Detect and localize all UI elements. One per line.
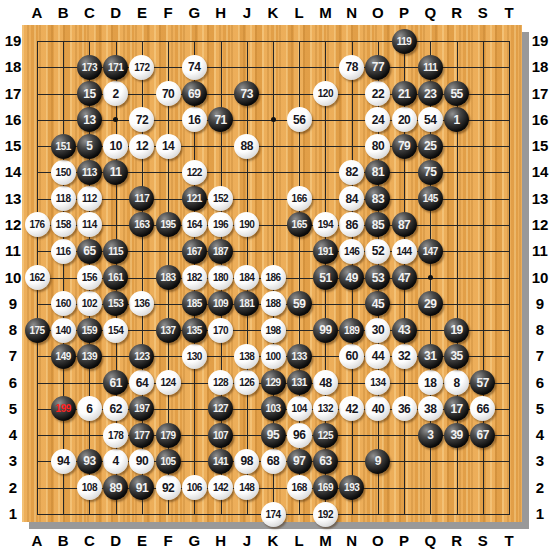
black-stone-M11[interactable]: 191 <box>313 239 338 264</box>
white-stone-J15[interactable]: 88 <box>234 134 259 159</box>
row-label-right-8: 8 <box>527 322 551 338</box>
column-label-top-G: G <box>181 5 207 21</box>
white-stone-N11[interactable]: 146 <box>339 239 364 264</box>
move-number: 189 <box>344 325 359 336</box>
column-label-bottom-B: B <box>50 533 76 549</box>
black-stone-M3[interactable]: 63 <box>313 449 338 474</box>
column-label-bottom-M: M <box>312 533 338 549</box>
black-stone-P15[interactable]: 79 <box>392 134 417 159</box>
black-stone-K5[interactable]: 103 <box>261 396 286 421</box>
move-number: 66 <box>477 402 489 416</box>
column-label-bottom-K: K <box>260 533 286 549</box>
move-number: 59 <box>293 297 305 311</box>
white-stone-N14[interactable]: 82 <box>339 160 364 185</box>
row-label-left-4: 4 <box>0 427 26 443</box>
black-stone-Q13[interactable]: 145 <box>418 186 443 211</box>
black-stone-Q11[interactable]: 147 <box>418 239 443 264</box>
move-number: 105 <box>161 456 176 467</box>
white-stone-B12[interactable]: 158 <box>51 212 76 237</box>
white-stone-O16[interactable]: 24 <box>365 107 390 132</box>
black-stone-O10[interactable]: 53 <box>365 265 390 290</box>
black-stone-E2[interactable]: 91 <box>129 475 154 500</box>
white-stone-F2[interactable]: 92 <box>156 475 181 500</box>
black-stone-K4[interactable]: 95 <box>261 423 286 448</box>
black-stone-R7[interactable]: 35 <box>444 344 469 369</box>
black-stone-M8[interactable]: 99 <box>313 318 338 343</box>
white-stone-H10[interactable]: 180 <box>208 265 233 290</box>
move-number: 87 <box>398 218 410 232</box>
white-stone-E9[interactable]: 136 <box>129 291 154 316</box>
white-stone-O6[interactable]: 134 <box>365 370 390 395</box>
black-stone-Q7[interactable]: 31 <box>418 344 443 369</box>
white-stone-Q6[interactable]: 18 <box>418 370 443 395</box>
white-stone-H12[interactable]: 196 <box>208 212 233 237</box>
move-number: 74 <box>188 60 200 74</box>
black-stone-G8[interactable]: 135 <box>182 318 207 343</box>
white-stone-K3[interactable]: 68 <box>261 449 286 474</box>
white-stone-M5[interactable]: 132 <box>313 396 338 421</box>
move-number: 36 <box>398 402 410 416</box>
move-number: 178 <box>108 430 123 441</box>
grid-line-vertical <box>509 41 510 515</box>
move-number: 175 <box>29 325 44 336</box>
black-stone-O18[interactable]: 77 <box>365 55 390 80</box>
black-stone-O13[interactable]: 83 <box>365 186 390 211</box>
white-stone-L13[interactable]: 166 <box>287 186 312 211</box>
move-number: 169 <box>318 482 333 493</box>
move-number: 126 <box>239 377 254 388</box>
move-number: 151 <box>56 141 71 152</box>
white-stone-N13[interactable]: 84 <box>339 186 364 211</box>
white-stone-M12[interactable]: 194 <box>313 212 338 237</box>
white-stone-L2[interactable]: 168 <box>287 475 312 500</box>
black-stone-D14[interactable]: 11 <box>103 160 128 185</box>
move-number: 142 <box>213 482 228 493</box>
move-number: 17 <box>450 402 462 416</box>
black-stone-F4[interactable]: 179 <box>156 423 181 448</box>
black-stone-B15[interactable]: 151 <box>51 134 76 159</box>
star-point <box>428 275 433 280</box>
column-label-top-S: S <box>470 5 496 21</box>
white-stone-P5[interactable]: 36 <box>392 396 417 421</box>
move-number: 22 <box>372 87 384 101</box>
black-stone-M2[interactable]: 169 <box>313 475 338 500</box>
white-stone-B9[interactable]: 160 <box>51 291 76 316</box>
white-stone-O7[interactable]: 44 <box>365 344 390 369</box>
column-label-bottom-G: G <box>181 533 207 549</box>
black-stone-D11[interactable]: 115 <box>103 239 128 264</box>
black-stone-N10[interactable]: 49 <box>339 265 364 290</box>
black-stone-H16[interactable]: 71 <box>208 107 233 132</box>
move-number: 95 <box>267 428 279 442</box>
black-stone-L7[interactable]: 133 <box>287 344 312 369</box>
column-label-bottom-R: R <box>444 533 470 549</box>
move-number: 194 <box>318 219 333 230</box>
white-stone-D4[interactable]: 178 <box>103 423 128 448</box>
row-label-left-16: 16 <box>0 112 26 128</box>
black-stone-L12[interactable]: 165 <box>287 212 312 237</box>
move-number: 49 <box>346 271 358 285</box>
white-stone-M1[interactable]: 192 <box>313 502 338 527</box>
white-stone-G12[interactable]: 164 <box>182 212 207 237</box>
black-stone-E5[interactable]: 197 <box>129 396 154 421</box>
move-number: 93 <box>83 454 95 468</box>
move-number: 134 <box>370 377 385 388</box>
white-stone-D5[interactable]: 62 <box>103 396 128 421</box>
white-stone-O8[interactable]: 30 <box>365 318 390 343</box>
move-number: 182 <box>187 272 202 283</box>
move-number: 61 <box>110 376 122 390</box>
white-stone-D3[interactable]: 4 <box>103 449 128 474</box>
black-stone-D10[interactable]: 161 <box>103 265 128 290</box>
white-stone-O17[interactable]: 22 <box>365 81 390 106</box>
white-stone-L5[interactable]: 104 <box>287 396 312 421</box>
white-stone-Q16[interactable]: 54 <box>418 107 443 132</box>
move-number: 55 <box>450 87 462 101</box>
column-label-top-O: O <box>365 5 391 21</box>
move-number: 83 <box>372 192 384 206</box>
white-stone-C9[interactable]: 102 <box>77 291 102 316</box>
white-stone-D8[interactable]: 154 <box>103 318 128 343</box>
white-stone-S5[interactable]: 66 <box>470 396 495 421</box>
move-number: 69 <box>188 87 200 101</box>
white-stone-C13[interactable]: 112 <box>77 186 102 211</box>
white-stone-H6[interactable]: 128 <box>208 370 233 395</box>
white-stone-R6[interactable]: 8 <box>444 370 469 395</box>
move-number: 140 <box>56 325 71 336</box>
white-stone-Q5[interactable]: 38 <box>418 396 443 421</box>
black-stone-B7[interactable]: 149 <box>51 344 76 369</box>
white-stone-A12[interactable]: 176 <box>25 212 50 237</box>
move-number: 144 <box>397 246 412 257</box>
black-stone-E13[interactable]: 117 <box>129 186 154 211</box>
black-stone-L3[interactable]: 97 <box>287 449 312 474</box>
black-stone-F10[interactable]: 183 <box>156 265 181 290</box>
black-stone-M4[interactable]: 125 <box>313 423 338 448</box>
white-stone-K9[interactable]: 188 <box>261 291 286 316</box>
go-board[interactable]: 1234568910111213141516171819202122232425… <box>22 25 522 522</box>
column-label-bottom-J: J <box>234 533 260 549</box>
white-stone-G2[interactable]: 106 <box>182 475 207 500</box>
white-stone-K8[interactable]: 198 <box>261 318 286 343</box>
move-number: 173 <box>82 62 97 73</box>
black-stone-D2[interactable]: 89 <box>103 475 128 500</box>
white-stone-K10[interactable]: 186 <box>261 265 286 290</box>
white-stone-A10[interactable]: 162 <box>25 265 50 290</box>
move-number: 92 <box>162 481 174 495</box>
row-label-left-14: 14 <box>0 164 26 180</box>
move-number: 8 <box>454 376 460 390</box>
move-number: 94 <box>57 454 69 468</box>
column-label-top-K: K <box>260 5 286 21</box>
move-number: 72 <box>136 113 148 127</box>
white-stone-J12[interactable]: 190 <box>234 212 259 237</box>
black-stone-P17[interactable]: 21 <box>392 81 417 106</box>
white-stone-B8[interactable]: 140 <box>51 318 76 343</box>
column-label-bottom-C: C <box>76 533 102 549</box>
move-number: 196 <box>213 219 228 230</box>
black-stone-C11[interactable]: 65 <box>77 239 102 264</box>
move-number: 23 <box>424 87 436 101</box>
white-stone-C2[interactable]: 108 <box>77 475 102 500</box>
black-stone-H3[interactable]: 141 <box>208 449 233 474</box>
row-label-right-19: 19 <box>527 33 551 49</box>
move-number: 186 <box>265 272 280 283</box>
move-number: 180 <box>213 272 228 283</box>
black-stone-P8[interactable]: 43 <box>392 318 417 343</box>
white-stone-M17[interactable]: 120 <box>313 81 338 106</box>
white-stone-L16[interactable]: 56 <box>287 107 312 132</box>
white-stone-E16[interactable]: 72 <box>129 107 154 132</box>
white-stone-E15[interactable]: 12 <box>129 134 154 159</box>
black-stone-D6[interactable]: 61 <box>103 370 128 395</box>
white-stone-L4[interactable]: 96 <box>287 423 312 448</box>
move-number: 9 <box>375 454 381 468</box>
row-label-left-12: 12 <box>0 217 26 233</box>
white-stone-G10[interactable]: 182 <box>182 265 207 290</box>
white-stone-J2[interactable]: 148 <box>234 475 259 500</box>
white-stone-H8[interactable]: 170 <box>208 318 233 343</box>
white-stone-B14[interactable]: 150 <box>51 160 76 185</box>
move-number: 185 <box>187 298 202 309</box>
black-stone-E4[interactable]: 177 <box>129 423 154 448</box>
white-stone-H2[interactable]: 142 <box>208 475 233 500</box>
black-stone-G17[interactable]: 69 <box>182 81 207 106</box>
move-number: 56 <box>293 113 305 127</box>
black-stone-H4[interactable]: 107 <box>208 423 233 448</box>
white-stone-N7[interactable]: 60 <box>339 344 364 369</box>
white-stone-E18[interactable]: 172 <box>129 55 154 80</box>
black-stone-F12[interactable]: 195 <box>156 212 181 237</box>
white-stone-F15[interactable]: 14 <box>156 134 181 159</box>
white-stone-H13[interactable]: 152 <box>208 186 233 211</box>
black-stone-O14[interactable]: 81 <box>365 160 390 185</box>
move-number: 195 <box>161 219 176 230</box>
white-stone-N12[interactable]: 86 <box>339 212 364 237</box>
white-stone-F6[interactable]: 124 <box>156 370 181 395</box>
white-stone-O5[interactable]: 40 <box>365 396 390 421</box>
row-label-right-16: 16 <box>527 112 551 128</box>
move-number: 48 <box>319 376 331 390</box>
black-stone-E12[interactable]: 163 <box>129 212 154 237</box>
row-label-left-3: 3 <box>0 453 26 469</box>
white-stone-P11[interactable]: 144 <box>392 239 417 264</box>
move-number: 141 <box>213 456 228 467</box>
white-stone-D17[interactable]: 2 <box>103 81 128 106</box>
white-stone-E6[interactable]: 64 <box>129 370 154 395</box>
white-stone-G14[interactable]: 122 <box>182 160 207 185</box>
black-stone-G11[interactable]: 167 <box>182 239 207 264</box>
white-stone-E3[interactable]: 90 <box>129 449 154 474</box>
move-number: 5 <box>86 139 92 153</box>
move-number: 35 <box>450 349 462 363</box>
white-stone-B11[interactable]: 116 <box>51 239 76 264</box>
black-stone-Q14[interactable]: 75 <box>418 160 443 185</box>
black-stone-G9[interactable]: 185 <box>182 291 207 316</box>
move-number: 75 <box>424 165 436 179</box>
black-stone-Q17[interactable]: 23 <box>418 81 443 106</box>
black-stone-R8[interactable]: 19 <box>444 318 469 343</box>
move-number: 31 <box>424 349 436 363</box>
white-stone-J3[interactable]: 98 <box>234 449 259 474</box>
black-stone-P12[interactable]: 87 <box>392 212 417 237</box>
move-number: 150 <box>56 167 71 178</box>
column-label-top-P: P <box>391 5 417 21</box>
black-stone-C16[interactable]: 13 <box>77 107 102 132</box>
move-number: 77 <box>372 60 384 74</box>
move-number: 68 <box>267 454 279 468</box>
row-label-left-13: 13 <box>0 191 26 207</box>
move-number: 176 <box>29 219 44 230</box>
black-stone-B5[interactable]: 199 <box>51 396 76 421</box>
row-label-left-5: 5 <box>0 401 26 417</box>
row-label-right-6: 6 <box>527 375 551 391</box>
move-number: 64 <box>136 376 148 390</box>
black-stone-C14[interactable]: 113 <box>77 160 102 185</box>
move-number: 62 <box>110 402 122 416</box>
black-stone-D18[interactable]: 171 <box>103 55 128 80</box>
black-stone-R4[interactable]: 39 <box>444 423 469 448</box>
move-number: 1 <box>454 113 460 127</box>
black-stone-H9[interactable]: 109 <box>208 291 233 316</box>
black-stone-Q18[interactable]: 111 <box>418 55 443 80</box>
row-label-right-1: 1 <box>527 506 551 522</box>
column-label-top-L: L <box>286 5 312 21</box>
move-number: 164 <box>187 219 202 230</box>
move-number: 159 <box>82 325 97 336</box>
black-stone-G13[interactable]: 121 <box>182 186 207 211</box>
white-stone-O11[interactable]: 52 <box>365 239 390 264</box>
move-number: 162 <box>29 272 44 283</box>
black-stone-J9[interactable]: 181 <box>234 291 259 316</box>
black-stone-N8[interactable]: 189 <box>339 318 364 343</box>
move-number: 39 <box>450 428 462 442</box>
black-stone-S6[interactable]: 57 <box>470 370 495 395</box>
move-number: 103 <box>265 403 280 414</box>
row-label-right-9: 9 <box>527 296 551 312</box>
white-stone-M6[interactable]: 48 <box>313 370 338 395</box>
move-number: 67 <box>477 428 489 442</box>
black-stone-C7[interactable]: 139 <box>77 344 102 369</box>
white-stone-N18[interactable]: 78 <box>339 55 364 80</box>
white-stone-P7[interactable]: 32 <box>392 344 417 369</box>
black-stone-L6[interactable]: 131 <box>287 370 312 395</box>
white-stone-G16[interactable]: 16 <box>182 107 207 132</box>
white-stone-J6[interactable]: 126 <box>234 370 259 395</box>
black-stone-F8[interactable]: 137 <box>156 318 181 343</box>
column-label-top-R: R <box>444 5 470 21</box>
row-label-left-10: 10 <box>0 270 26 286</box>
white-stone-J10[interactable]: 184 <box>234 265 259 290</box>
move-number: 112 <box>82 193 97 204</box>
move-number: 133 <box>292 351 307 362</box>
black-stone-H11[interactable]: 187 <box>208 239 233 264</box>
row-label-right-15: 15 <box>527 138 551 154</box>
black-stone-C3[interactable]: 93 <box>77 449 102 474</box>
black-stone-M10[interactable]: 51 <box>313 265 338 290</box>
white-stone-C10[interactable]: 156 <box>77 265 102 290</box>
move-number: 78 <box>346 60 358 74</box>
black-stone-F3[interactable]: 105 <box>156 449 181 474</box>
column-label-bottom-O: O <box>365 533 391 549</box>
move-number: 121 <box>187 193 202 204</box>
white-stone-G18[interactable]: 74 <box>182 55 207 80</box>
row-label-right-2: 2 <box>527 480 551 496</box>
move-number: 10 <box>110 139 122 153</box>
white-stone-N5[interactable]: 42 <box>339 396 364 421</box>
white-stone-D15[interactable]: 10 <box>103 134 128 159</box>
move-number: 191 <box>318 246 333 257</box>
move-number: 116 <box>56 246 71 257</box>
white-stone-B13[interactable]: 118 <box>51 186 76 211</box>
black-stone-C18[interactable]: 173 <box>77 55 102 80</box>
black-stone-O3[interactable]: 9 <box>365 449 390 474</box>
black-stone-N2[interactable]: 193 <box>339 475 364 500</box>
black-stone-D9[interactable]: 153 <box>103 291 128 316</box>
black-stone-L9[interactable]: 59 <box>287 291 312 316</box>
black-stone-Q9[interactable]: 29 <box>418 291 443 316</box>
black-stone-P10[interactable]: 47 <box>392 265 417 290</box>
black-stone-H5[interactable]: 127 <box>208 396 233 421</box>
move-number: 165 <box>292 219 307 230</box>
row-label-left-15: 15 <box>0 138 26 154</box>
move-number: 16 <box>188 113 200 127</box>
move-number: 12 <box>136 139 148 153</box>
black-stone-S4[interactable]: 67 <box>470 423 495 448</box>
move-number: 71 <box>214 113 226 127</box>
move-number: 51 <box>319 271 331 285</box>
black-stone-C8[interactable]: 159 <box>77 318 102 343</box>
white-stone-O15[interactable]: 80 <box>365 134 390 159</box>
black-stone-E7[interactable]: 123 <box>129 344 154 369</box>
black-stone-J17[interactable]: 73 <box>234 81 259 106</box>
move-number: 13 <box>83 113 95 127</box>
black-stone-R16[interactable]: 1 <box>444 107 469 132</box>
black-stone-R17[interactable]: 55 <box>444 81 469 106</box>
white-stone-B3[interactable]: 94 <box>51 449 76 474</box>
black-stone-P19[interactable]: 119 <box>392 29 417 54</box>
move-number: 109 <box>213 298 228 309</box>
move-number: 82 <box>346 165 358 179</box>
white-stone-P16[interactable]: 20 <box>392 107 417 132</box>
black-stone-C17[interactable]: 15 <box>77 81 102 106</box>
white-stone-K1[interactable]: 174 <box>261 502 286 527</box>
move-number: 100 <box>265 351 280 362</box>
white-stone-C12[interactable]: 114 <box>77 212 102 237</box>
row-label-right-3: 3 <box>527 453 551 469</box>
black-stone-O9[interactable]: 45 <box>365 291 390 316</box>
black-stone-A8[interactable]: 175 <box>25 318 50 343</box>
white-stone-C5[interactable]: 6 <box>77 396 102 421</box>
row-label-right-14: 14 <box>527 164 551 180</box>
white-stone-G7[interactable]: 130 <box>182 344 207 369</box>
black-stone-R5[interactable]: 17 <box>444 396 469 421</box>
column-label-top-E: E <box>129 5 155 21</box>
white-stone-K7[interactable]: 100 <box>261 344 286 369</box>
black-stone-K6[interactable]: 129 <box>261 370 286 395</box>
column-label-bottom-D: D <box>103 533 129 549</box>
white-stone-J7[interactable]: 138 <box>234 344 259 369</box>
row-label-left-11: 11 <box>0 243 26 259</box>
column-label-top-A: A <box>24 5 50 21</box>
row-label-right-5: 5 <box>527 401 551 417</box>
black-stone-Q15[interactable]: 25 <box>418 134 443 159</box>
black-stone-Q4[interactable]: 3 <box>418 423 443 448</box>
black-stone-O12[interactable]: 85 <box>365 212 390 237</box>
move-number: 53 <box>372 271 384 285</box>
white-stone-F17[interactable]: 70 <box>156 81 181 106</box>
black-stone-C15[interactable]: 5 <box>77 134 102 159</box>
